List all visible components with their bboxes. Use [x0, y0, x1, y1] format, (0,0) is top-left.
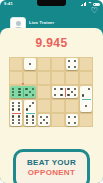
board-cell[interactable] — [37, 57, 51, 71]
avatar-person-icon — [16, 21, 21, 26]
domino-divider — [23, 88, 24, 97]
domino-divider — [65, 88, 66, 97]
domino-tile[interactable] — [80, 86, 92, 112]
heart-icon[interactable]: ♡ — [91, 7, 98, 15]
domino-half-1 — [24, 58, 36, 70]
single-tile[interactable] — [66, 114, 78, 126]
board-cell[interactable] — [37, 85, 51, 99]
domino-half-4 — [66, 114, 78, 126]
clock-time: 9:41 — [4, 1, 13, 6]
domino-half-4 — [66, 58, 78, 70]
domino-half-1 — [80, 100, 92, 113]
board-cell[interactable] — [9, 57, 23, 71]
cta-line2: OPPONENT — [16, 168, 87, 177]
domino-half-4 — [52, 86, 65, 98]
score-value: 9.945 — [0, 36, 103, 50]
domino-tile[interactable] — [52, 86, 78, 98]
board-cell[interactable] — [79, 71, 93, 85]
board-cell[interactable] — [51, 113, 65, 127]
domino-tile[interactable] — [24, 100, 36, 126]
board: × — [9, 57, 93, 127]
notch — [37, 0, 66, 6]
board-cell[interactable] — [51, 99, 65, 113]
board-cell[interactable] — [65, 71, 79, 85]
domino-tile[interactable] — [10, 100, 22, 126]
board-cell[interactable] — [65, 99, 79, 113]
player-name: Lion Trainer — [29, 20, 54, 25]
status-bar: 9:41 — [0, 0, 103, 8]
domino-half-6 — [24, 114, 36, 127]
domino-half-2 — [80, 86, 92, 99]
board-cell[interactable] — [37, 71, 51, 85]
single-tile[interactable] — [38, 114, 50, 126]
phone-screen: 9:41 ♡ Lion Trainer 9.945 × BEAT YOUR OP… — [0, 0, 103, 183]
domino-half-6 — [10, 86, 23, 98]
domino-half-3 — [24, 100, 36, 113]
domino-half-6 — [10, 100, 22, 113]
board-cell[interactable] — [23, 71, 37, 85]
single-tile[interactable] — [66, 58, 78, 70]
beat-your-opponent-button[interactable]: BEAT YOUR OPPONENT — [13, 149, 90, 183]
domino-divider — [26, 113, 35, 114]
red-marker: × — [22, 82, 24, 86]
domino-half-5 — [38, 114, 50, 126]
board-cell[interactable] — [37, 99, 51, 113]
active-domino-tile[interactable]: × — [10, 86, 36, 98]
domino-half-5 — [66, 86, 79, 98]
board-cell[interactable] — [51, 71, 65, 85]
domino-half-5 — [24, 86, 37, 98]
domino-divider — [12, 113, 21, 114]
domino-divider — [82, 99, 91, 100]
board-cell[interactable] — [79, 113, 93, 127]
domino-half-6 — [10, 114, 22, 127]
cta-line1: BEAT YOUR — [16, 158, 87, 167]
single-tile[interactable] — [24, 58, 36, 70]
board-cell[interactable] — [51, 57, 65, 71]
signal-icon — [81, 2, 87, 6]
board-cell[interactable] — [79, 57, 93, 71]
